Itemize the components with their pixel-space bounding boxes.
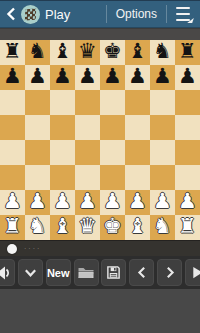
black-rook-piece: ♜ <box>3 41 22 62</box>
open-game-button[interactable] <box>74 259 99 286</box>
square-d6[interactable] <box>75 90 100 115</box>
square-b6[interactable] <box>25 90 50 115</box>
square-a3[interactable] <box>0 165 25 190</box>
square-a6[interactable] <box>0 90 25 115</box>
square-g6[interactable] <box>150 90 175 115</box>
square-c8[interactable]: ♝ <box>50 40 75 65</box>
square-e1[interactable]: ♚ <box>100 215 125 240</box>
square-b7[interactable]: ♟ <box>25 65 50 90</box>
menu-bar <box>176 13 190 15</box>
square-g3[interactable] <box>150 165 175 190</box>
square-h4[interactable] <box>175 140 200 165</box>
page-title: Play <box>45 7 70 22</box>
white-rook-piece: ♜ <box>3 216 22 237</box>
white-pawn-piece: ♟ <box>53 191 72 212</box>
square-c6[interactable] <box>50 90 75 115</box>
collapse-button[interactable] <box>18 259 43 286</box>
square-e7[interactable]: ♟ <box>100 65 125 90</box>
black-pawn-piece: ♟ <box>153 66 172 87</box>
checkerboard-pattern <box>25 8 36 20</box>
bottom-toolbar: New <box>0 256 200 289</box>
square-b5[interactable] <box>25 115 50 140</box>
square-d2[interactable]: ♟ <box>75 190 100 215</box>
square-a4[interactable] <box>0 140 25 165</box>
square-c2[interactable]: ♟ <box>50 190 75 215</box>
square-f1[interactable]: ♝ <box>125 215 150 240</box>
white-knight-piece: ♞ <box>153 216 172 237</box>
square-b2[interactable]: ♟ <box>25 190 50 215</box>
square-f3[interactable] <box>125 165 150 190</box>
square-f6[interactable] <box>125 90 150 115</box>
black-knight-piece: ♞ <box>153 41 172 62</box>
square-c4[interactable] <box>50 140 75 165</box>
square-d3[interactable] <box>75 165 100 190</box>
square-h2[interactable]: ♟ <box>175 190 200 215</box>
square-g5[interactable] <box>150 115 175 140</box>
square-g8[interactable]: ♞ <box>150 40 175 65</box>
black-pawn-piece: ♟ <box>178 66 197 87</box>
square-a2[interactable]: ♟ <box>0 190 25 215</box>
white-rook-piece: ♜ <box>178 216 197 237</box>
square-f2[interactable]: ♟ <box>125 190 150 215</box>
square-b3[interactable] <box>25 165 50 190</box>
square-d4[interactable] <box>75 140 100 165</box>
square-c5[interactable] <box>50 115 75 140</box>
square-a8[interactable]: ♜ <box>0 40 25 65</box>
slider-thumb[interactable] <box>7 244 17 254</box>
black-pawn-piece: ♟ <box>128 66 147 87</box>
square-g7[interactable]: ♟ <box>150 65 175 90</box>
chess-board: ♜♞♝♛♚♝♞♜♟♟♟♟♟♟♟♟♟♟♟♟♟♟♟♟♜♞♝♛♚♝♞♜ <box>0 40 200 240</box>
play-icon <box>190 265 200 280</box>
black-knight-piece: ♞ <box>28 41 47 62</box>
square-b4[interactable] <box>25 140 50 165</box>
back-button[interactable] <box>4 6 18 22</box>
square-d5[interactable] <box>75 115 100 140</box>
square-d1[interactable]: ♛ <box>75 215 100 240</box>
square-e2[interactable]: ♟ <box>100 190 125 215</box>
square-c3[interactable] <box>50 165 75 190</box>
square-b8[interactable]: ♞ <box>25 40 50 65</box>
square-e6[interactable] <box>100 90 125 115</box>
square-h8[interactable]: ♜ <box>175 40 200 65</box>
white-pawn-piece: ♟ <box>78 191 97 212</box>
empty-area <box>0 289 200 333</box>
chevron-right-icon <box>163 265 177 280</box>
square-a1[interactable]: ♜ <box>0 215 25 240</box>
options-button[interactable]: Options <box>114 3 159 25</box>
black-rook-piece: ♜ <box>178 41 197 62</box>
topbar-right: Options <box>99 1 196 27</box>
chevron-left-icon <box>135 265 149 280</box>
back-chevron-icon <box>6 6 16 22</box>
white-pawn-piece: ♟ <box>28 191 47 212</box>
new-game-label: New <box>47 267 70 279</box>
white-bishop-piece: ♝ <box>128 216 147 237</box>
menu-corner-arrow <box>187 18 194 23</box>
square-f5[interactable] <box>125 115 150 140</box>
square-f7[interactable]: ♟ <box>125 65 150 90</box>
square-h6[interactable] <box>175 90 200 115</box>
black-king-piece: ♚ <box>103 41 122 62</box>
square-h7[interactable]: ♟ <box>175 65 200 90</box>
square-e4[interactable] <box>100 140 125 165</box>
square-c1[interactable]: ♝ <box>50 215 75 240</box>
toolbar-row: New <box>0 259 200 286</box>
black-pawn-piece: ♟ <box>28 66 47 87</box>
black-pawn-piece: ♟ <box>53 66 72 87</box>
white-pawn-piece: ♟ <box>103 191 122 212</box>
black-pawn-piece: ♟ <box>3 66 22 87</box>
menu-icon[interactable] <box>174 6 194 22</box>
folder-open-icon <box>77 265 95 280</box>
square-h1[interactable]: ♜ <box>175 215 200 240</box>
chess-app-screen: Play Options ♜♞♝♛♚♝♞♜♟♟♟♟♟♟♟♟♟♟♟♟♟♟♟♟♜♞♝… <box>0 0 200 333</box>
square-b1[interactable]: ♞ <box>25 215 50 240</box>
white-knight-piece: ♞ <box>28 216 47 237</box>
white-queen-piece: ♛ <box>78 216 97 237</box>
black-bishop-piece: ♝ <box>128 41 147 62</box>
move-slider[interactable]: ···· <box>0 240 200 256</box>
white-bishop-piece: ♝ <box>53 216 72 237</box>
play-to-end-button[interactable] <box>185 259 200 286</box>
floppy-disk-icon <box>106 265 121 280</box>
square-c7[interactable]: ♟ <box>50 65 75 90</box>
black-queen-piece: ♛ <box>78 41 97 62</box>
black-pawn-piece: ♟ <box>78 66 97 87</box>
app-logo-chessboard-icon <box>21 5 40 24</box>
square-d7[interactable]: ♟ <box>75 65 100 90</box>
slider-ticks: ···· <box>24 245 41 252</box>
square-h5[interactable] <box>175 115 200 140</box>
black-pawn-piece: ♟ <box>103 66 122 87</box>
square-e5[interactable] <box>100 115 125 140</box>
square-a5[interactable] <box>0 115 25 140</box>
square-f4[interactable] <box>125 140 150 165</box>
black-bishop-piece: ♝ <box>53 41 72 62</box>
square-a7[interactable]: ♟ <box>0 65 25 90</box>
divider <box>166 5 167 23</box>
save-game-button[interactable] <box>101 259 126 286</box>
white-pawn-piece: ♟ <box>3 191 22 212</box>
white-pawn-piece: ♟ <box>178 191 197 212</box>
square-g2[interactable]: ♟ <box>150 190 175 215</box>
menu-bar <box>176 7 190 9</box>
square-d8[interactable]: ♛ <box>75 40 100 65</box>
white-pawn-piece: ♟ <box>153 191 172 212</box>
move-back-button[interactable] <box>129 259 154 286</box>
chevron-down-icon <box>23 265 38 280</box>
top-action-bar: Play Options <box>0 0 200 28</box>
topbar-left: Play <box>4 1 70 27</box>
white-king-piece: ♚ <box>103 216 122 237</box>
new-game-button[interactable]: New <box>46 259 71 286</box>
square-e3[interactable] <box>100 165 125 190</box>
move-forward-button[interactable] <box>157 259 182 286</box>
divider <box>106 5 107 23</box>
speaker-icon <box>0 265 11 281</box>
square-f8[interactable]: ♝ <box>125 40 150 65</box>
white-pawn-piece: ♟ <box>128 191 147 212</box>
square-g4[interactable] <box>150 140 175 165</box>
square-g1[interactable]: ♞ <box>150 215 175 240</box>
square-h3[interactable] <box>175 165 200 190</box>
square-e8[interactable]: ♚ <box>100 40 125 65</box>
volume-button[interactable] <box>0 259 15 286</box>
